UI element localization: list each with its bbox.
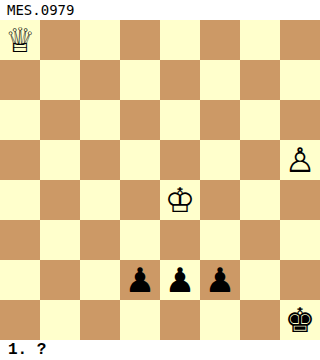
square-h7[interactable] <box>280 60 320 100</box>
chess-program-window: MES.0979 ♕♙♔♟♟♟♚ 1. ? <box>0 0 320 360</box>
move-prompt: 1. ? <box>0 340 320 360</box>
square-a4[interactable] <box>0 180 40 220</box>
square-a1[interactable] <box>0 300 40 340</box>
black-pawn-piece: ♟ <box>165 260 195 300</box>
square-d5[interactable] <box>120 140 160 180</box>
square-h3[interactable] <box>280 220 320 260</box>
square-e5[interactable] <box>160 140 200 180</box>
square-h2[interactable] <box>280 260 320 300</box>
square-d8[interactable] <box>120 20 160 60</box>
square-d6[interactable] <box>120 100 160 140</box>
square-f8[interactable] <box>200 20 240 60</box>
square-g2[interactable] <box>240 260 280 300</box>
square-a5[interactable] <box>0 140 40 180</box>
square-f1[interactable] <box>200 300 240 340</box>
square-b6[interactable] <box>40 100 80 140</box>
white-king-piece: ♔ <box>165 180 195 220</box>
square-h1[interactable]: ♚ <box>280 300 320 340</box>
square-b4[interactable] <box>40 180 80 220</box>
square-b1[interactable] <box>40 300 80 340</box>
square-h8[interactable] <box>280 20 320 60</box>
white-pawn-piece: ♙ <box>285 140 315 180</box>
square-f7[interactable] <box>200 60 240 100</box>
square-e2[interactable]: ♟ <box>160 260 200 300</box>
square-a7[interactable] <box>0 60 40 100</box>
square-a6[interactable] <box>0 100 40 140</box>
square-g5[interactable] <box>240 140 280 180</box>
square-f3[interactable] <box>200 220 240 260</box>
square-f6[interactable] <box>200 100 240 140</box>
square-d2[interactable]: ♟ <box>120 260 160 300</box>
square-e3[interactable] <box>160 220 200 260</box>
square-a8[interactable]: ♕ <box>0 20 40 60</box>
square-b5[interactable] <box>40 140 80 180</box>
square-a2[interactable] <box>0 260 40 300</box>
square-f5[interactable] <box>200 140 240 180</box>
square-c1[interactable] <box>80 300 120 340</box>
square-c2[interactable] <box>80 260 120 300</box>
square-c8[interactable] <box>80 20 120 60</box>
white-queen-piece: ♕ <box>5 20 35 60</box>
square-c7[interactable] <box>80 60 120 100</box>
square-e1[interactable] <box>160 300 200 340</box>
square-g7[interactable] <box>240 60 280 100</box>
square-d3[interactable] <box>120 220 160 260</box>
square-h4[interactable] <box>280 180 320 220</box>
square-c3[interactable] <box>80 220 120 260</box>
black-pawn-piece: ♟ <box>125 260 155 300</box>
square-e7[interactable] <box>160 60 200 100</box>
square-b2[interactable] <box>40 260 80 300</box>
square-c4[interactable] <box>80 180 120 220</box>
square-d4[interactable] <box>120 180 160 220</box>
square-g1[interactable] <box>240 300 280 340</box>
square-c6[interactable] <box>80 100 120 140</box>
square-e8[interactable] <box>160 20 200 60</box>
chess-board: ♕♙♔♟♟♟♚ <box>0 20 320 340</box>
black-king-piece: ♚ <box>285 300 315 340</box>
square-g8[interactable] <box>240 20 280 60</box>
square-f2[interactable]: ♟ <box>200 260 240 300</box>
square-g6[interactable] <box>240 100 280 140</box>
square-e4[interactable]: ♔ <box>160 180 200 220</box>
square-c5[interactable] <box>80 140 120 180</box>
square-h5[interactable]: ♙ <box>280 140 320 180</box>
square-d1[interactable] <box>120 300 160 340</box>
square-h6[interactable] <box>280 100 320 140</box>
puzzle-title: MES.0979 <box>0 0 320 20</box>
black-pawn-piece: ♟ <box>205 260 235 300</box>
square-d7[interactable] <box>120 60 160 100</box>
square-b3[interactable] <box>40 220 80 260</box>
square-f4[interactable] <box>200 180 240 220</box>
square-a3[interactable] <box>0 220 40 260</box>
square-b7[interactable] <box>40 60 80 100</box>
square-g4[interactable] <box>240 180 280 220</box>
square-e6[interactable] <box>160 100 200 140</box>
square-b8[interactable] <box>40 20 80 60</box>
square-g3[interactable] <box>240 220 280 260</box>
